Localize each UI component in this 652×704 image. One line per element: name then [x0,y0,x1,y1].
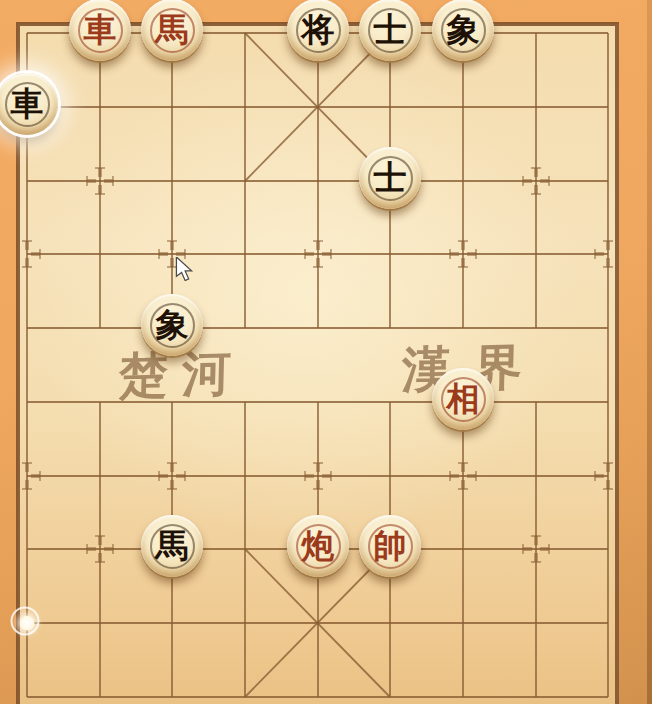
piece-ring: 帥 [368,523,413,568]
mouse-cursor [174,257,194,281]
piece-glyph: 相 [447,381,480,416]
piece-glyph: 車 [11,86,44,121]
piece-ring: 馬 [150,523,195,568]
piece-black-advisor[interactable]: 士 [359,0,421,61]
piece-glyph: 馬 [156,528,189,563]
piece-glyph: 象 [156,307,189,342]
piece-glyph: 炮 [302,528,335,563]
piece-glyph: 馬 [156,12,189,47]
piece-ring: 馬 [150,7,195,52]
piece-red-chariot[interactable]: 車 [69,0,131,61]
piece-red-cannon[interactable]: 炮 [287,515,349,577]
piece-glyph: 車 [84,12,117,47]
piece-black-elephant[interactable]: 象 [432,0,494,61]
piece-ring: 象 [441,7,486,52]
piece-black-horse[interactable]: 馬 [141,515,203,577]
piece-red-horse[interactable]: 馬 [141,0,203,61]
piece-ring: 士 [368,7,413,52]
piece-black-elephant[interactable]: 象 [141,294,203,356]
piece-ring: 士 [368,155,413,200]
pieces-layer: 車馬将士象車士象相馬炮帥 [0,0,652,704]
piece-ring: 炮 [296,523,341,568]
piece-glyph: 象 [447,12,480,47]
xiangqi-board-screen: 楚河 漢界 車馬将士象車士象相馬炮帥 [0,0,652,704]
piece-ring: 相 [441,376,486,421]
piece-red-general[interactable]: 帥 [359,515,421,577]
piece-glyph: 士 [374,160,407,195]
piece-ring: 車 [78,7,123,52]
last-move-from-marker [20,616,35,631]
piece-red-elephant[interactable]: 相 [432,368,494,430]
piece-black-chariot[interactable]: 車 [0,73,58,135]
piece-glyph: 帥 [374,528,407,563]
piece-glyph: 将 [302,12,335,47]
piece-ring: 将 [296,7,341,52]
piece-ring: 車 [5,81,50,126]
piece-black-general[interactable]: 将 [287,0,349,61]
piece-glyph: 士 [374,12,407,47]
piece-black-advisor[interactable]: 士 [359,147,421,209]
piece-ring: 象 [150,302,195,347]
